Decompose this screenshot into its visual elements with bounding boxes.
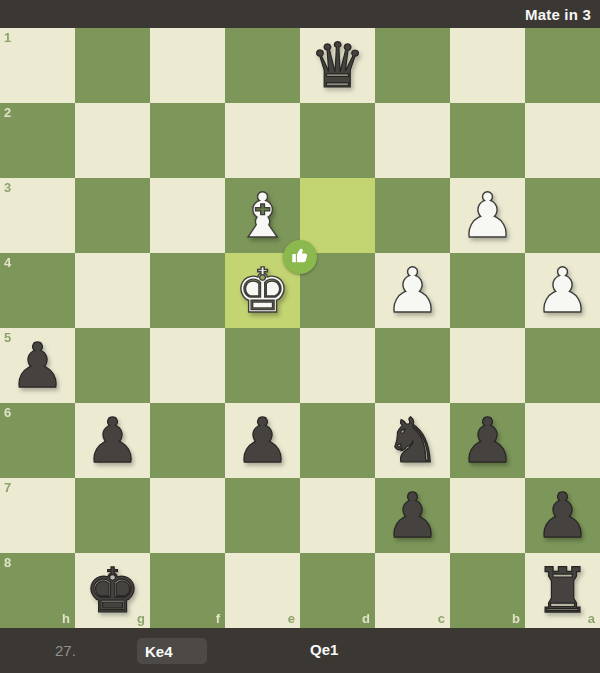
file-label-c: c	[438, 612, 445, 625]
white-bishop[interactable]: ♝	[225, 178, 300, 253]
square-c3[interactable]	[375, 178, 450, 253]
rank-label-3: 3	[4, 181, 11, 194]
rank-label-6: 6	[4, 406, 11, 419]
black-knight[interactable]: ♞	[375, 403, 450, 478]
square-b5[interactable]	[450, 328, 525, 403]
square-d3[interactable]	[300, 178, 375, 253]
black-pawn[interactable]: ♟	[225, 403, 300, 478]
black-pawn[interactable]: ♟	[0, 328, 75, 403]
square-g3[interactable]	[75, 178, 150, 253]
square-b8[interactable]: b	[450, 553, 525, 628]
rank-label-4: 4	[4, 256, 11, 269]
square-c7[interactable]: ♟	[375, 478, 450, 553]
square-g6[interactable]: ♟	[75, 403, 150, 478]
rank-label-7: 7	[4, 481, 11, 494]
square-d5[interactable]	[300, 328, 375, 403]
square-g1[interactable]	[75, 28, 150, 103]
square-g7[interactable]	[75, 478, 150, 553]
square-c5[interactable]	[375, 328, 450, 403]
square-a8[interactable]: a♜	[525, 553, 600, 628]
move-item-white-selected[interactable]: Ke4	[137, 638, 207, 664]
square-b2[interactable]	[450, 103, 525, 178]
square-e7[interactable]	[225, 478, 300, 553]
square-f8[interactable]: f	[150, 553, 225, 628]
rank-label-1: 1	[4, 31, 11, 44]
square-h7[interactable]: 7	[0, 478, 75, 553]
square-d1[interactable]: ♛	[300, 28, 375, 103]
black-pawn[interactable]: ♟	[75, 403, 150, 478]
puzzle-header: Mate in 3	[0, 0, 600, 28]
black-king[interactable]: ♚	[75, 553, 150, 628]
rank-label-8: 8	[4, 556, 11, 569]
rank-label-2: 2	[4, 106, 11, 119]
file-label-e: e	[288, 612, 295, 625]
square-d8[interactable]: d	[300, 553, 375, 628]
black-rook[interactable]: ♜	[525, 553, 600, 628]
square-e1[interactable]	[225, 28, 300, 103]
black-pawn[interactable]: ♟	[375, 478, 450, 553]
square-b7[interactable]	[450, 478, 525, 553]
square-e3[interactable]: ♝	[225, 178, 300, 253]
white-pawn[interactable]: ♟	[525, 253, 600, 328]
square-f3[interactable]	[150, 178, 225, 253]
square-f1[interactable]	[150, 28, 225, 103]
square-a1[interactable]	[525, 28, 600, 103]
square-h1[interactable]: 1	[0, 28, 75, 103]
square-c8[interactable]: c	[375, 553, 450, 628]
square-d6[interactable]	[300, 403, 375, 478]
square-b3[interactable]: ♟	[450, 178, 525, 253]
square-c2[interactable]	[375, 103, 450, 178]
square-b4[interactable]	[450, 253, 525, 328]
black-queen[interactable]: ♛	[300, 28, 375, 103]
square-a5[interactable]	[525, 328, 600, 403]
puzzle-goal-label: Mate in 3	[525, 6, 591, 23]
square-g4[interactable]	[75, 253, 150, 328]
square-b6[interactable]: ♟	[450, 403, 525, 478]
file-label-b: b	[512, 612, 520, 625]
square-h3[interactable]: 3	[0, 178, 75, 253]
move-item-black[interactable]: Qe1	[310, 641, 338, 658]
square-h4[interactable]: 4	[0, 253, 75, 328]
board[interactable]: 1♛23♝♟4♚♟♟5♟6♟♟♞♟7♟♟8hg♚fedcba♜	[0, 28, 600, 628]
square-a2[interactable]	[525, 103, 600, 178]
file-label-f: f	[216, 612, 220, 625]
square-g2[interactable]	[75, 103, 150, 178]
move-number: 27.	[55, 642, 76, 659]
square-f5[interactable]	[150, 328, 225, 403]
white-pawn[interactable]: ♟	[375, 253, 450, 328]
square-a7[interactable]: ♟	[525, 478, 600, 553]
black-pawn[interactable]: ♟	[450, 403, 525, 478]
thumbs-up-icon	[291, 246, 310, 269]
board-area: 1♛23♝♟4♚♟♟5♟6♟♟♞♟7♟♟8hg♚fedcba♜	[0, 28, 600, 628]
square-h8[interactable]: 8h	[0, 553, 75, 628]
square-d2[interactable]	[300, 103, 375, 178]
square-a3[interactable]	[525, 178, 600, 253]
square-f2[interactable]	[150, 103, 225, 178]
square-h5[interactable]: 5♟	[0, 328, 75, 403]
white-pawn[interactable]: ♟	[450, 178, 525, 253]
square-c6[interactable]: ♞	[375, 403, 450, 478]
black-pawn[interactable]: ♟	[525, 478, 600, 553]
good-move-badge	[283, 240, 317, 274]
square-e5[interactable]	[225, 328, 300, 403]
square-h2[interactable]: 2	[0, 103, 75, 178]
square-g5[interactable]	[75, 328, 150, 403]
square-f7[interactable]	[150, 478, 225, 553]
chess-app: Mate in 3 1♛23♝♟4♚♟♟5♟6♟♟♞♟7♟♟8hg♚fedcba…	[0, 0, 600, 673]
square-f6[interactable]	[150, 403, 225, 478]
square-d7[interactable]	[300, 478, 375, 553]
square-b1[interactable]	[450, 28, 525, 103]
square-a6[interactable]	[525, 403, 600, 478]
square-g8[interactable]: g♚	[75, 553, 150, 628]
white-move-san: Ke4	[145, 643, 173, 660]
move-list-bar: 27. Ke4 Qe1	[0, 628, 600, 673]
file-label-d: d	[362, 612, 370, 625]
file-label-h: h	[62, 612, 70, 625]
square-a4[interactable]: ♟	[525, 253, 600, 328]
square-h6[interactable]: 6	[0, 403, 75, 478]
square-e2[interactable]	[225, 103, 300, 178]
square-c4[interactable]: ♟	[375, 253, 450, 328]
square-e6[interactable]: ♟	[225, 403, 300, 478]
square-e8[interactable]: e	[225, 553, 300, 628]
square-f4[interactable]	[150, 253, 225, 328]
square-c1[interactable]	[375, 28, 450, 103]
